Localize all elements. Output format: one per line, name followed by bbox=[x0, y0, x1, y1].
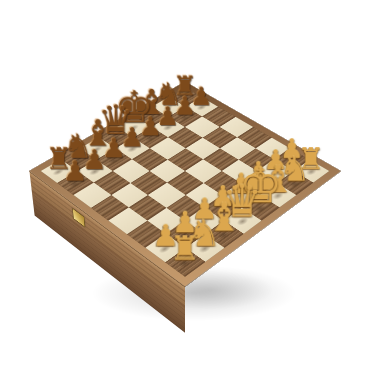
black-pawn-glyph: ♟ bbox=[63, 159, 88, 185]
square-a1: ♜ bbox=[165, 248, 205, 277]
brass-latch bbox=[72, 208, 85, 228]
chess-set-photo: ♜♞♝♛♚♝♞♜♟♟♟♟♟♟♟♟♟♟♟♟♟♟♟♟♜♞♝♛♚♝♞♜ bbox=[0, 0, 370, 370]
white-rook-glyph: ♜ bbox=[170, 233, 200, 265]
